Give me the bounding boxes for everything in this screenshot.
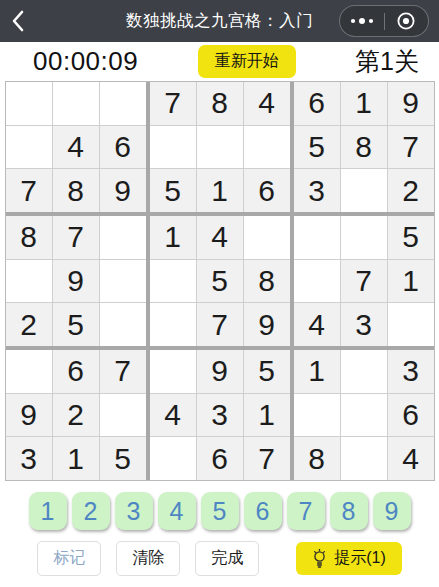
sudoku-cell-r1c2[interactable] [53,82,99,125]
sudoku-cell-r2c2: 4 [53,126,99,169]
sudoku-cell-r3c2: 8 [53,169,99,212]
top-bar: 数独挑战之九宫格：入门 [0,0,439,42]
sudoku-cell-r8c8[interactable] [341,394,387,437]
sudoku-cell-r4c4: 1 [150,216,196,259]
sudoku-cell-r9c1: 3 [6,437,52,480]
sudoku-cell-r5c2: 9 [53,260,99,303]
sudoku-cell-r9c9: 4 [388,437,434,480]
numpad-button-2[interactable]: 2 [72,492,110,530]
sudoku-cell-r3c9: 2 [388,169,434,212]
sudoku-cell-r8c6: 1 [244,394,290,437]
sudoku-cell-r6c4[interactable] [150,303,196,346]
sudoku-cell-r4c1: 8 [6,216,52,259]
sudoku-cell-r7c3: 7 [100,350,146,393]
sudoku-box-4: 87925 [6,216,146,346]
back-button[interactable] [0,0,40,42]
record-circle-icon [396,11,416,31]
sudoku-box-9: 13684 [294,350,434,480]
numpad-button-7[interactable]: 7 [287,492,325,530]
sudoku-cell-r6c7: 4 [294,303,340,346]
sudoku-cell-r1c5: 8 [197,82,243,125]
sudoku-cell-r5c9: 1 [388,260,434,303]
restart-button[interactable]: 重新开始 [198,45,296,78]
sudoku-cell-r4c9: 5 [388,216,434,259]
sudoku-cell-r9c4[interactable] [150,437,196,480]
back-chevron-icon [11,10,25,32]
numpad-button-4[interactable]: 4 [158,492,196,530]
sudoku-cell-r1c8: 1 [341,82,387,125]
sudoku-cell-r7c4[interactable] [150,350,196,393]
sudoku-cell-r5c5: 5 [197,260,243,303]
sudoku-cell-r2c8: 8 [341,126,387,169]
sudoku-cell-r8c5: 3 [197,394,243,437]
timer: 00:00:09 [33,46,138,77]
sudoku-cell-r6c6: 9 [244,303,290,346]
sudoku-cell-r9c7: 8 [294,437,340,480]
sudoku-cell-r2c6[interactable] [244,126,290,169]
sudoku-cell-r2c9: 7 [388,126,434,169]
sudoku-cell-r3c3: 9 [100,169,146,212]
sudoku-cell-r6c3[interactable] [100,303,146,346]
sudoku-box-5: 145879 [150,216,290,346]
sudoku-cell-r8c2: 2 [53,394,99,437]
action-row: 标记 清除 完成 提示(1) [0,541,439,576]
sudoku-cell-r9c3: 5 [100,437,146,480]
level-label: 第1关 [355,45,419,78]
done-button[interactable]: 完成 [195,541,259,576]
sudoku-box-6: 57143 [294,216,434,346]
hint-button[interactable]: 提示(1) [296,542,402,575]
sudoku-cell-r8c1: 9 [6,394,52,437]
sudoku-box-7: 6792315 [6,350,146,480]
sudoku-cell-r4c3[interactable] [100,216,146,259]
numpad-button-9[interactable]: 9 [373,492,411,530]
sudoku-box-1: 46789 [6,82,146,212]
sudoku-cell-r3c7: 3 [294,169,340,212]
wechat-capsule [339,5,429,37]
more-menu-button[interactable] [340,6,384,36]
sudoku-cell-r4c5: 4 [197,216,243,259]
sudoku-cell-r9c5: 6 [197,437,243,480]
sudoku-cell-r1c7: 6 [294,82,340,125]
sudoku-box-8: 9543167 [150,350,290,480]
sudoku-cell-r3c1: 7 [6,169,52,212]
hint-label: 提示(1) [334,548,386,569]
sudoku-cell-r3c4: 5 [150,169,196,212]
sudoku-cell-r5c6: 8 [244,260,290,303]
numpad-button-8[interactable]: 8 [330,492,368,530]
numpad-button-1[interactable]: 1 [29,492,67,530]
sudoku-cell-r6c5: 7 [197,303,243,346]
sudoku-cell-r9c2: 1 [53,437,99,480]
sudoku-box-2: 784516 [150,82,290,212]
sudoku-cell-r4c7[interactable] [294,216,340,259]
sudoku-cell-r7c2: 6 [53,350,99,393]
sudoku-cell-r5c3[interactable] [100,260,146,303]
sudoku-cell-r6c1: 2 [6,303,52,346]
numpad-button-6[interactable]: 6 [244,492,282,530]
sudoku-cell-r1c9: 9 [388,82,434,125]
three-dots-icon [349,17,375,25]
sudoku-cell-r4c2: 7 [53,216,99,259]
sudoku-cell-r1c4: 7 [150,82,196,125]
sudoku-cell-r6c8: 3 [341,303,387,346]
sudoku-app: 数独挑战之九宫格：入门 00:00:09 重新开始 第1关 467897845 [0,0,439,587]
sudoku-cell-r1c6: 4 [244,82,290,125]
sudoku-board: 4678978451661958732879251458795714367923… [5,81,435,481]
clear-button[interactable]: 清除 [116,541,180,576]
sudoku-cell-r8c7[interactable] [294,394,340,437]
sudoku-cell-r1c3[interactable] [100,82,146,125]
sudoku-cell-r6c2: 5 [53,303,99,346]
sudoku-cell-r2c1[interactable] [6,126,52,169]
sudoku-cell-r5c1[interactable] [6,260,52,303]
sudoku-cell-r9c6: 7 [244,437,290,480]
sudoku-cell-r5c7[interactable] [294,260,340,303]
sudoku-cell-r7c8[interactable] [341,350,387,393]
numpad-button-5[interactable]: 5 [201,492,239,530]
sudoku-cell-r7c7: 1 [294,350,340,393]
sudoku-box-3: 61958732 [294,82,434,212]
numpad-button-3[interactable]: 3 [115,492,153,530]
exit-miniprogram-button[interactable] [385,6,429,36]
sudoku-cell-r5c8: 7 [341,260,387,303]
sudoku-cell-r7c9: 3 [388,350,434,393]
info-row: 00:00:09 重新开始 第1关 [0,42,439,81]
sudoku-cell-r8c4: 4 [150,394,196,437]
sudoku-cell-r6c9[interactable] [388,303,434,346]
sudoku-cell-r2c4[interactable] [150,126,196,169]
sudoku-cell-r5c4[interactable] [150,260,196,303]
sudoku-cell-r3c8[interactable] [341,169,387,212]
sudoku-cell-r2c7: 5 [294,126,340,169]
sudoku-cell-r7c6: 5 [244,350,290,393]
sudoku-cell-r4c8[interactable] [341,216,387,259]
sudoku-cell-r3c5: 1 [197,169,243,212]
sudoku-cell-r9c8[interactable] [341,437,387,480]
sudoku-cell-r2c3: 6 [100,126,146,169]
mark-button[interactable]: 标记 [37,541,101,576]
sudoku-cell-r1c1[interactable] [6,82,52,125]
sudoku-cell-r8c9: 6 [388,394,434,437]
lightbulb-icon [312,549,327,568]
number-pad: 123456789 [0,492,439,530]
sudoku-cell-r8c3[interactable] [100,394,146,437]
sudoku-cell-r3c6: 6 [244,169,290,212]
sudoku-cell-r4c6[interactable] [244,216,290,259]
sudoku-cell-r7c1[interactable] [6,350,52,393]
sudoku-cell-r7c5: 9 [197,350,243,393]
sudoku-cell-r2c5[interactable] [197,126,243,169]
